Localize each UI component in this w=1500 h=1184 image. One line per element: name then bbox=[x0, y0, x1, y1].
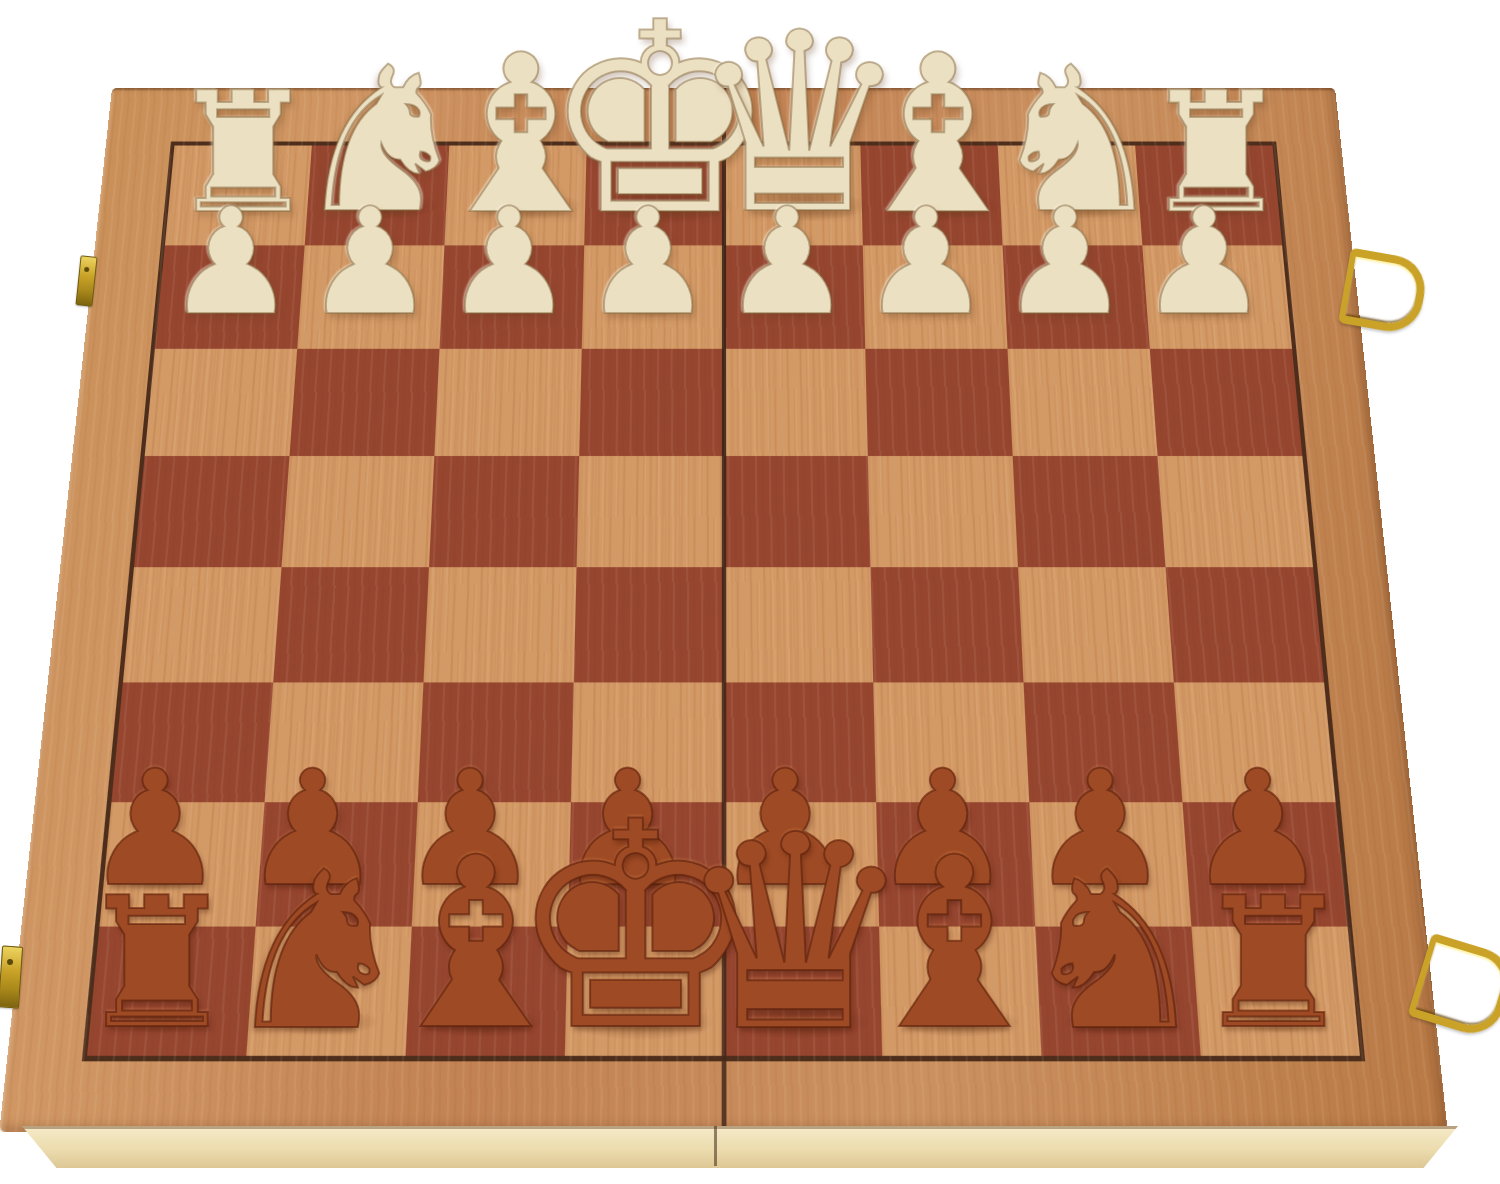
square-h4 bbox=[134, 456, 289, 567]
square-e8 bbox=[564, 927, 723, 1056]
square-h3 bbox=[145, 349, 297, 456]
square-f1 bbox=[444, 146, 586, 246]
square-f8 bbox=[405, 927, 567, 1056]
square-a6 bbox=[1174, 682, 1336, 802]
square-h1 bbox=[165, 146, 312, 246]
square-e6 bbox=[570, 682, 723, 802]
box-side-edge bbox=[22, 1126, 1458, 1168]
square-a7 bbox=[1183, 802, 1348, 926]
square-h2 bbox=[155, 245, 305, 348]
square-e2 bbox=[581, 245, 723, 348]
square-g1 bbox=[305, 146, 449, 246]
square-e5 bbox=[573, 567, 723, 682]
square-h7 bbox=[99, 802, 264, 926]
square-f2 bbox=[439, 245, 584, 348]
square-b1 bbox=[998, 146, 1142, 246]
square-e3 bbox=[579, 349, 724, 456]
square-g3 bbox=[289, 349, 439, 456]
square-b6 bbox=[1024, 682, 1183, 802]
square-e1 bbox=[584, 146, 724, 246]
square-c7 bbox=[877, 802, 1036, 926]
square-f3 bbox=[434, 349, 581, 456]
square-c8 bbox=[880, 927, 1042, 1056]
square-a2 bbox=[1142, 245, 1292, 348]
square-f6 bbox=[417, 682, 573, 802]
square-a8 bbox=[1192, 927, 1360, 1056]
square-a5 bbox=[1166, 567, 1324, 682]
square-f7 bbox=[411, 802, 570, 926]
square-c5 bbox=[871, 567, 1024, 682]
square-b7 bbox=[1030, 802, 1192, 926]
square-d4 bbox=[724, 456, 871, 567]
square-c2 bbox=[863, 245, 1008, 348]
square-g5 bbox=[273, 567, 429, 682]
square-d2 bbox=[724, 245, 866, 348]
square-f5 bbox=[423, 567, 576, 682]
square-b5 bbox=[1018, 567, 1174, 682]
square-c4 bbox=[868, 456, 1018, 567]
square-b8 bbox=[1036, 927, 1201, 1056]
square-h6 bbox=[111, 682, 273, 802]
square-e4 bbox=[576, 456, 723, 567]
square-d3 bbox=[724, 349, 869, 456]
square-f4 bbox=[429, 456, 579, 567]
square-b3 bbox=[1008, 349, 1158, 456]
square-b4 bbox=[1013, 456, 1166, 567]
square-d5 bbox=[724, 567, 874, 682]
square-d6 bbox=[724, 682, 877, 802]
square-a3 bbox=[1150, 349, 1302, 456]
square-h8 bbox=[87, 927, 255, 1056]
square-g2 bbox=[297, 245, 444, 348]
board-fold-seam bbox=[721, 88, 726, 1132]
square-d1 bbox=[724, 146, 864, 246]
brass-clasp-upper-right bbox=[1338, 248, 1430, 337]
square-d8 bbox=[724, 927, 883, 1056]
chess-set-product-photo: ♜♞♝♚♛♝♞♜♟♟♟♟♟♟♟♟♟♟♟♟♟♟♟♟♜♞♝♚♛♝♞♜ bbox=[0, 0, 1500, 1184]
chess-board bbox=[0, 88, 1448, 1132]
square-c3 bbox=[866, 349, 1013, 456]
square-e7 bbox=[567, 802, 723, 926]
box-edge-line bbox=[22, 1126, 1458, 1129]
square-c6 bbox=[874, 682, 1030, 802]
square-h5 bbox=[123, 567, 281, 682]
square-a1 bbox=[1135, 146, 1282, 246]
square-d7 bbox=[724, 802, 880, 926]
square-g4 bbox=[281, 456, 434, 567]
box-side-seam bbox=[714, 1126, 717, 1166]
square-c1 bbox=[861, 146, 1003, 246]
square-g8 bbox=[246, 927, 411, 1056]
square-g7 bbox=[255, 802, 417, 926]
square-b2 bbox=[1003, 245, 1150, 348]
square-g6 bbox=[264, 682, 423, 802]
square-a4 bbox=[1158, 456, 1313, 567]
